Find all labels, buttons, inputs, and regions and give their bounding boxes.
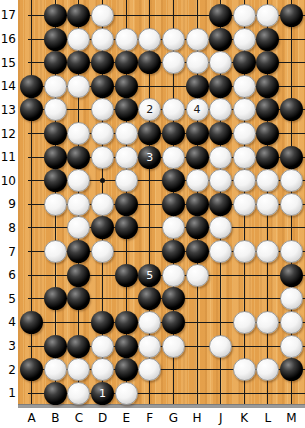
- row-label-1: 1: [0, 386, 16, 400]
- white-stone-H16: [186, 28, 209, 51]
- row-label-6: 6: [0, 268, 16, 282]
- black-stone-D4: [91, 311, 114, 334]
- move-number-5: 5: [146, 270, 153, 281]
- row-label-13: 13: [0, 103, 16, 117]
- black-stone-H11: [186, 146, 209, 169]
- white-stone-F3: [138, 335, 161, 358]
- column-label-G: G: [164, 410, 182, 426]
- white-stone-C16: [67, 28, 90, 51]
- go-diagram: 1716151413121110987654321ABCDEFGHJKLM 24…: [0, 0, 305, 428]
- column-label-H: H: [188, 410, 206, 426]
- white-stone-B7: [44, 240, 67, 263]
- white-stone-G6: [162, 264, 185, 287]
- black-stone-L11: [256, 146, 279, 169]
- move-number-4: 4: [194, 104, 201, 115]
- black-stone-B16: [44, 28, 67, 51]
- white-stone-D17: [91, 4, 114, 27]
- column-label-F: F: [141, 410, 159, 426]
- white-stone-H10: [186, 169, 209, 192]
- move-number-3: 3: [146, 152, 153, 163]
- black-stone-B11: [44, 146, 67, 169]
- black-stone-E6: [115, 264, 138, 287]
- black-stone-C3: [67, 335, 90, 358]
- row-label-2: 2: [0, 363, 16, 377]
- black-stone-B1: [44, 382, 67, 405]
- white-stone-G3: [162, 335, 185, 358]
- white-stone-D12: [91, 122, 114, 145]
- row-label-10: 10: [0, 174, 16, 188]
- row-label-3: 3: [0, 339, 16, 353]
- white-stone-J11: [209, 146, 232, 169]
- black-stone-B15: [44, 51, 67, 74]
- white-stone-D11: [91, 146, 114, 169]
- black-stone-F6: 5: [138, 264, 161, 287]
- row-label-17: 17: [0, 8, 16, 22]
- black-stone-G12: [162, 122, 185, 145]
- column-label-D: D: [94, 410, 112, 426]
- black-stone-B3: [44, 335, 67, 358]
- black-stone-M6: [280, 264, 303, 287]
- row-label-4: 4: [0, 315, 16, 329]
- column-label-C: C: [70, 410, 88, 426]
- black-stone-E13: [115, 98, 138, 121]
- row-label-16: 16: [0, 32, 16, 46]
- black-stone-K15: [233, 51, 256, 74]
- column-label-J: J: [212, 410, 230, 426]
- white-stone-H15: [186, 51, 209, 74]
- white-stone-K13: [233, 98, 256, 121]
- black-stone-H7: [186, 240, 209, 263]
- white-stone-K11: [233, 146, 256, 169]
- white-stone-K14: [233, 75, 256, 98]
- white-stone-H13: 4: [186, 98, 209, 121]
- white-stone-H6: [186, 264, 209, 287]
- column-label-E: E: [117, 410, 135, 426]
- row-label-15: 15: [0, 56, 16, 70]
- white-stone-B9: [44, 193, 67, 216]
- move-number-2: 2: [146, 104, 153, 115]
- black-stone-M11: [280, 146, 303, 169]
- white-stone-K17: [233, 4, 256, 27]
- black-stone-E3: [115, 335, 138, 358]
- black-stone-B17: [44, 4, 67, 27]
- black-stone-G7: [162, 240, 185, 263]
- white-stone-E16: [115, 28, 138, 51]
- white-stone-M4: [280, 311, 303, 334]
- white-stone-D3: [91, 335, 114, 358]
- black-stone-B10: [44, 169, 67, 192]
- black-stone-H9: [186, 193, 209, 216]
- white-stone-G16: [162, 28, 185, 51]
- black-stone-E9: [115, 193, 138, 216]
- black-stone-D1: 1: [91, 382, 114, 405]
- white-stone-D9: [91, 193, 114, 216]
- black-stone-M17: [280, 4, 303, 27]
- black-stone-B12: [44, 122, 67, 145]
- white-stone-J3: [209, 335, 232, 358]
- black-stone-H12: [186, 122, 209, 145]
- black-stone-J17: [209, 4, 232, 27]
- black-stone-E8: [115, 216, 138, 239]
- black-stone-H8: [186, 216, 209, 239]
- black-stone-J14: [209, 75, 232, 98]
- white-stone-M7: [280, 240, 303, 263]
- white-stone-B14: [44, 75, 67, 98]
- row-label-12: 12: [0, 127, 16, 141]
- white-stone-K7: [233, 240, 256, 263]
- black-stone-D14: [91, 75, 114, 98]
- board-bottom-edge: [18, 404, 305, 408]
- white-stone-K9: [233, 193, 256, 216]
- white-stone-M3: [280, 335, 303, 358]
- white-stone-E12: [115, 122, 138, 145]
- column-label-B: B: [46, 410, 64, 426]
- black-stone-E15: [115, 51, 138, 74]
- row-label-5: 5: [0, 292, 16, 306]
- column-label-M: M: [283, 410, 301, 426]
- grid-line-vertical: [31, 0, 32, 404]
- black-stone-H14: [186, 75, 209, 98]
- row-label-11: 11: [0, 150, 16, 164]
- white-stone-K4: [233, 311, 256, 334]
- column-label-K: K: [235, 410, 253, 426]
- move-number-1: 1: [99, 388, 106, 399]
- white-stone-G11: [162, 146, 185, 169]
- white-stone-F16: [138, 28, 161, 51]
- white-stone-B2: [44, 358, 67, 381]
- black-stone-A14: [20, 75, 43, 98]
- black-stone-A4: [20, 311, 43, 334]
- row-label-7: 7: [0, 245, 16, 259]
- column-label-L: L: [259, 410, 277, 426]
- black-stone-G9: [162, 193, 185, 216]
- white-stone-E10: [115, 169, 138, 192]
- black-stone-L14: [256, 75, 279, 98]
- row-label-14: 14: [0, 79, 16, 93]
- white-stone-K12: [233, 122, 256, 145]
- white-stone-D16: [91, 28, 114, 51]
- white-stone-K16: [233, 28, 256, 51]
- black-stone-L16: [256, 28, 279, 51]
- white-stone-E1: [115, 382, 138, 405]
- white-stone-K2: [233, 358, 256, 381]
- white-stone-E11: [115, 146, 138, 169]
- white-stone-D7: [91, 240, 114, 263]
- black-stone-G4: [162, 311, 185, 334]
- black-stone-J12: [209, 122, 232, 145]
- black-stone-F11: 3: [138, 146, 161, 169]
- white-stone-G15: [162, 51, 185, 74]
- black-stone-E14: [115, 75, 138, 98]
- black-stone-B5: [44, 287, 67, 310]
- black-stone-G10: [162, 169, 185, 192]
- row-label-8: 8: [0, 221, 16, 235]
- white-stone-K10: [233, 169, 256, 192]
- white-stone-M9: [280, 193, 303, 216]
- black-stone-J16: [209, 28, 232, 51]
- black-stone-J9: [209, 193, 232, 216]
- black-stone-E2: [115, 358, 138, 381]
- black-stone-E4: [115, 311, 138, 334]
- black-stone-C11: [67, 146, 90, 169]
- row-label-9: 9: [0, 197, 16, 211]
- column-label-A: A: [23, 410, 41, 426]
